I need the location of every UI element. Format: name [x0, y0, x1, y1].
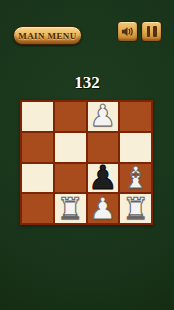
square-r4c2[interactable]: ♜ [55, 194, 86, 223]
black-pawn[interactable]: ♟ [88, 164, 118, 192]
main-menu-label: MAIN MENU [18, 31, 76, 41]
square-r3c3[interactable]: ♟ [88, 164, 119, 193]
square-r3c1[interactable] [22, 164, 53, 193]
white-pawn[interactable]: ♟ [89, 195, 116, 223]
square-r2c2[interactable] [55, 133, 86, 162]
square-r4c4[interactable]: ♜ [120, 194, 151, 223]
square-r4c3[interactable]: ♟ [88, 194, 119, 223]
game-screen: MAIN MENU 132 ♟♟♝♜♟♜ [0, 0, 174, 310]
main-menu-button[interactable]: MAIN MENU [13, 26, 82, 45]
white-rook[interactable]: ♜ [57, 195, 84, 223]
square-r1c4[interactable] [120, 102, 151, 131]
square-r3c4[interactable]: ♝ [120, 164, 151, 193]
white-pawn[interactable]: ♟ [89, 102, 116, 130]
square-r2c4[interactable] [120, 133, 151, 162]
chess-board: ♟♟♝♜♟♜ [20, 100, 153, 225]
white-bishop[interactable]: ♝ [122, 164, 149, 192]
square-r1c3[interactable]: ♟ [88, 102, 119, 131]
speaker-icon [120, 24, 135, 39]
move-counter: 132 [0, 73, 174, 93]
square-r1c2[interactable] [55, 102, 86, 131]
pause-button[interactable] [141, 21, 162, 42]
white-rook[interactable]: ♜ [122, 195, 149, 223]
pause-icon [147, 26, 157, 37]
square-r4c1[interactable] [22, 194, 53, 223]
square-r3c2[interactable] [55, 164, 86, 193]
sound-button[interactable] [117, 21, 138, 42]
square-r1c1[interactable] [22, 102, 53, 131]
square-r2c1[interactable] [22, 133, 53, 162]
